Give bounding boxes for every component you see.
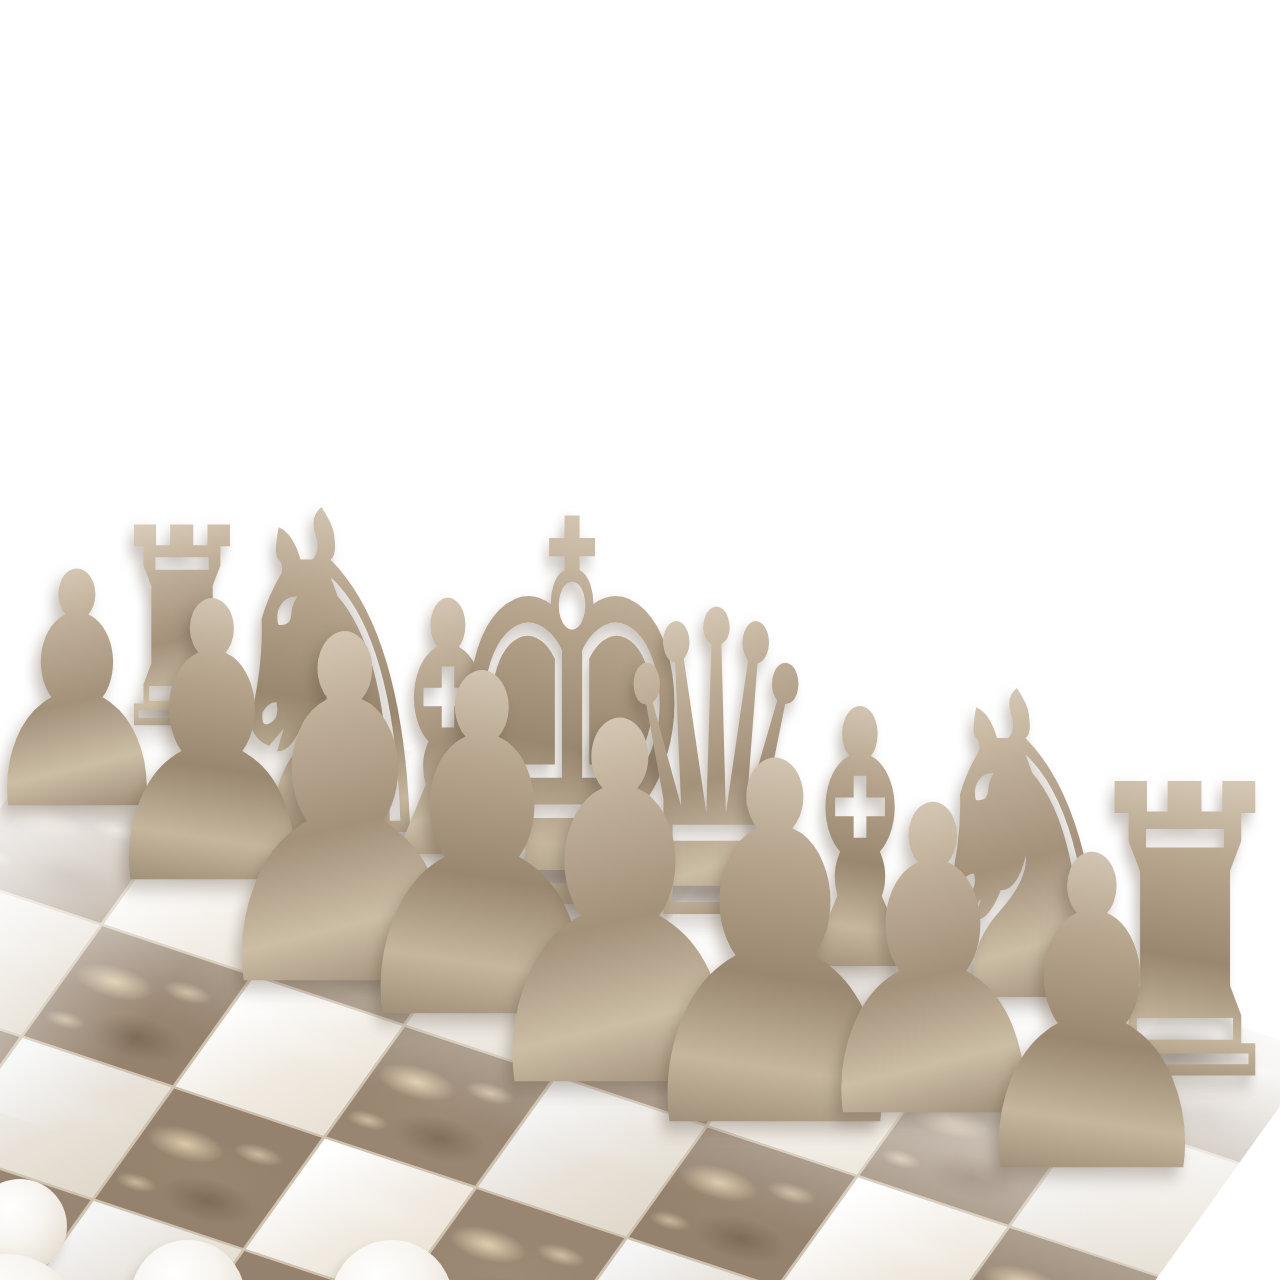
chess-board: [0, 652, 1280, 1280]
photo-scene: ♜♞♝♚♛♝♞♜ ♟♟♟♟♟♟♟♟: [0, 0, 1280, 1280]
